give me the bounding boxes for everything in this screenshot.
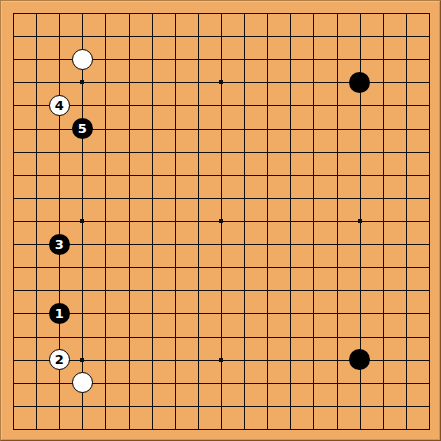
stone-black-d14[interactable]: 5 bbox=[72, 118, 93, 139]
stone-black-c6[interactable]: 1 bbox=[49, 303, 70, 324]
star-point bbox=[219, 80, 223, 84]
star-point bbox=[80, 219, 84, 223]
stone-white-d3[interactable] bbox=[72, 372, 93, 393]
stone-white-c15[interactable]: 4 bbox=[49, 95, 70, 116]
go-board[interactable]: 45312 bbox=[0, 0, 441, 441]
star-point bbox=[80, 358, 84, 362]
stone-black-c9[interactable]: 3 bbox=[49, 234, 70, 255]
star-point bbox=[219, 358, 223, 362]
star-point bbox=[80, 80, 84, 84]
star-point bbox=[358, 219, 362, 223]
stone-white-c4[interactable]: 2 bbox=[49, 349, 70, 370]
stone-black-q4[interactable] bbox=[349, 349, 370, 370]
stone-black-q16[interactable] bbox=[349, 72, 370, 93]
stone-white-d17[interactable] bbox=[72, 49, 93, 70]
board-intersections-grid: 45312 bbox=[1, 1, 440, 440]
star-point bbox=[219, 219, 223, 223]
